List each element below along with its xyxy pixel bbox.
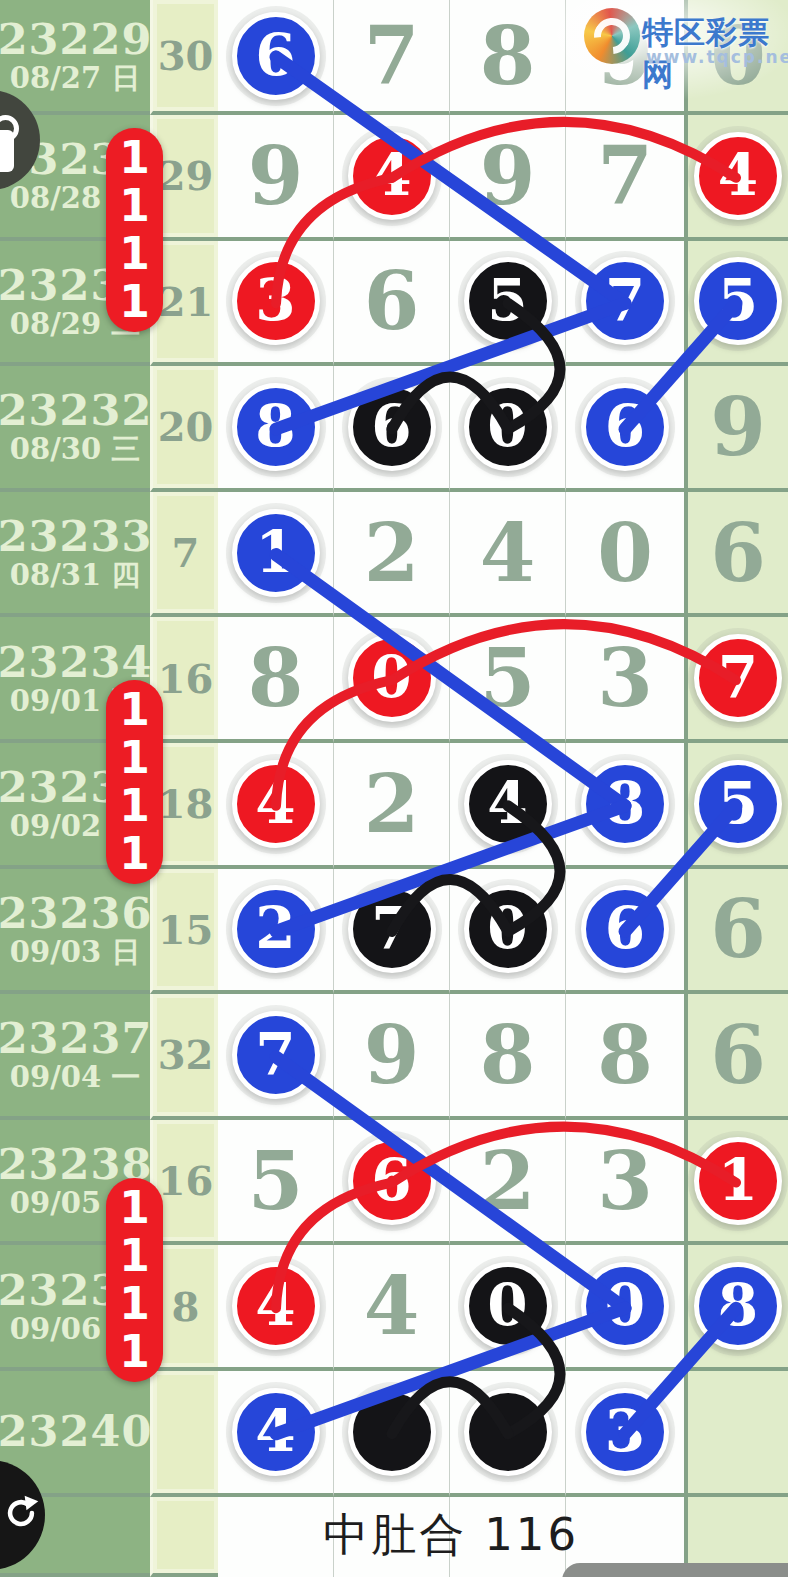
digit: 8 xyxy=(480,16,536,96)
draw-date: 09/04 一 xyxy=(10,1063,140,1092)
digit-cell: 8 xyxy=(218,366,334,492)
digit-cell: 5 xyxy=(684,743,788,869)
digit-cell: 1 xyxy=(684,1120,788,1246)
draw-label: 2323609/03 日 xyxy=(0,869,150,995)
draw-label: 2323709/04 一 xyxy=(0,994,150,1120)
sum-value: 32 xyxy=(150,994,218,1120)
sum-value xyxy=(150,1371,218,1497)
site-logo: 特区彩票网 www.tqcp.net xyxy=(556,0,788,92)
black-circled-digit: 7 xyxy=(348,885,436,973)
red-circled-digit: 0 xyxy=(348,634,436,722)
sum-value: 15 xyxy=(150,869,218,995)
digit: 6 xyxy=(364,261,420,341)
digit: 2 xyxy=(480,1141,536,1221)
digit-cell: 1 xyxy=(218,492,334,618)
digit: 7 xyxy=(364,16,420,96)
digit-cell xyxy=(684,1371,788,1497)
red-circled-digit: 4 xyxy=(694,132,782,220)
repeat-count-badge: 1111 xyxy=(106,1178,163,1382)
digit: 4 xyxy=(364,1266,420,1346)
red-circled-digit: 6 xyxy=(348,1137,436,1225)
digit-cell: 6 xyxy=(334,1120,450,1246)
digit-cell: 9 xyxy=(334,994,450,1120)
digit: 9 xyxy=(364,1015,420,1095)
sum-value: 20 xyxy=(150,366,218,492)
digit-cell: 4 xyxy=(218,743,334,869)
blue-circled-digit: 6 xyxy=(232,12,320,100)
digit-cell: 0 xyxy=(450,1245,566,1371)
digit-cell: 7 xyxy=(566,241,684,367)
digit-cell: 5 xyxy=(450,241,566,367)
refresh-icon xyxy=(1,1493,41,1533)
digit-cell: 0 xyxy=(450,366,566,492)
digit-cell: 7 xyxy=(218,994,334,1120)
digit: 6 xyxy=(710,513,766,593)
issue-number: 23229 xyxy=(0,18,152,61)
bottom-toast xyxy=(562,1563,788,1577)
digit-cell: 4 xyxy=(334,1245,450,1371)
red-circled-digit: 7 xyxy=(694,634,782,722)
black-dot xyxy=(464,1388,552,1476)
digit-cell: 6 xyxy=(566,869,684,995)
draw-label: 2323208/30 三 xyxy=(0,366,150,492)
digit-cell: 0 xyxy=(566,492,684,618)
digit: 8 xyxy=(248,638,304,718)
digit: 5 xyxy=(480,638,536,718)
digit-cell: 6 xyxy=(684,994,788,1120)
draw-date: 08/30 三 xyxy=(10,435,140,464)
digit-cell: 3 xyxy=(218,241,334,367)
digit-cell: 3 xyxy=(566,1120,684,1246)
draw-label: 2323308/31 四 xyxy=(0,492,150,618)
issue-number: 23240 xyxy=(0,1410,152,1453)
digit: 9 xyxy=(480,136,536,216)
digit-cell: 6 xyxy=(566,366,684,492)
digit: 2 xyxy=(364,513,420,593)
digit: 4 xyxy=(480,513,536,593)
digit-cell: 2 xyxy=(334,743,450,869)
digit-cell: 5 xyxy=(450,617,566,743)
blue-circled-digit: 2 xyxy=(232,885,320,973)
digit-cell: 3 xyxy=(566,617,684,743)
black-circled-digit: 6 xyxy=(348,383,436,471)
digit: 7 xyxy=(597,136,653,216)
issue-number: 23237 xyxy=(0,1017,152,1060)
digit: 2 xyxy=(364,764,420,844)
issue-number: 23234 xyxy=(0,641,152,684)
digit-cell: 8 xyxy=(450,994,566,1120)
digit: 8 xyxy=(480,1015,536,1095)
digit: 8 xyxy=(597,1015,653,1095)
red-circled-digit: 4 xyxy=(348,132,436,220)
black-circled-digit: 0 xyxy=(464,383,552,471)
digit-cell: 0 xyxy=(566,1245,684,1371)
blue-circled-digit: 1 xyxy=(232,509,320,597)
digit-cell: 4 xyxy=(450,743,566,869)
digit-cell: 8 xyxy=(218,617,334,743)
draw-date: 08/27 日 xyxy=(10,64,140,93)
red-circled-digit: 4 xyxy=(232,760,320,848)
digit-cell: 9 xyxy=(684,366,788,492)
blue-circled-digit: 6 xyxy=(581,383,669,471)
digit-cell: 8 xyxy=(566,743,684,869)
draw-date: 08/31 四 xyxy=(10,561,140,590)
sum-value: 7 xyxy=(150,492,218,618)
issue-number: 23232 xyxy=(0,389,152,432)
black-circled-digit: 5 xyxy=(464,257,552,345)
digit-cell: 7 xyxy=(334,869,450,995)
digit-cell: 7 xyxy=(566,115,684,241)
digit-cell: 0 xyxy=(450,869,566,995)
digit-cell: 6 xyxy=(334,241,450,367)
draw-label: 2322908/27 日 xyxy=(0,0,150,115)
digit-cell: 6 xyxy=(684,492,788,618)
repeat-count-badge: 1111 xyxy=(106,128,163,332)
black-circled-digit: 4 xyxy=(464,760,552,848)
digit: 6 xyxy=(710,1015,766,1095)
digit: 6 xyxy=(710,889,766,969)
digit-cell: 4 xyxy=(218,1371,334,1497)
digit-cell: 9 xyxy=(450,115,566,241)
digit-cell: 4 xyxy=(684,115,788,241)
digit-cell: 5 xyxy=(218,1120,334,1246)
digit-cell: 0 xyxy=(334,617,450,743)
red-circled-digit: 4 xyxy=(232,1262,320,1350)
issue-number: 23233 xyxy=(0,515,152,558)
draw-date: 09/03 日 xyxy=(10,938,140,967)
digit: 0 xyxy=(597,513,653,593)
digit-cell xyxy=(334,1371,450,1497)
black-dot xyxy=(348,1388,436,1476)
red-circled-digit: 3 xyxy=(232,257,320,345)
repeat-count-badge: 1111 xyxy=(106,680,163,884)
logo-swirl-icon xyxy=(584,8,640,64)
digit-cell: 4 xyxy=(450,492,566,618)
digit-cell: 9 xyxy=(218,115,334,241)
digit-cell: 3 xyxy=(566,1371,684,1497)
blue-circled-digit: 8 xyxy=(232,383,320,471)
digit: 9 xyxy=(248,136,304,216)
digit-cell: 8 xyxy=(684,1245,788,1371)
blue-circled-digit: 4 xyxy=(232,1388,320,1476)
site-url: www.tqcp.net xyxy=(646,47,788,67)
digit-cell: 6 xyxy=(218,0,334,115)
blue-circled-digit: 7 xyxy=(581,257,669,345)
thumb-icon-body xyxy=(0,130,14,172)
blue-circled-digit: 0 xyxy=(581,1262,669,1350)
blue-circled-digit: 3 xyxy=(581,1388,669,1476)
digit-cell: 6 xyxy=(334,366,450,492)
footer-sum-cell xyxy=(150,1497,218,1577)
red-circled-digit: 1 xyxy=(694,1137,782,1225)
blue-circled-digit: 8 xyxy=(581,760,669,848)
digit-cell: 5 xyxy=(684,241,788,367)
digit-cell: 2 xyxy=(334,492,450,618)
digit-cell: 4 xyxy=(218,1245,334,1371)
digit-cell: 8 xyxy=(566,994,684,1120)
blue-circled-digit: 5 xyxy=(694,257,782,345)
digit: 9 xyxy=(710,387,766,467)
digit-cell: 6 xyxy=(684,869,788,995)
blue-circled-digit: 5 xyxy=(694,760,782,848)
digit-cell: 2 xyxy=(218,869,334,995)
blue-circled-digit: 7 xyxy=(232,1011,320,1099)
black-circled-digit: 0 xyxy=(464,1262,552,1350)
digit-cell: 2 xyxy=(450,1120,566,1246)
digit: 3 xyxy=(597,638,653,718)
lottery-trend-chart-screen: 2322908/27 日30678902323008/28 一299497423… xyxy=(0,0,788,1577)
digit-cell: 7 xyxy=(334,0,450,115)
sum-value: 30 xyxy=(150,0,218,115)
footer-summary: 中肚合 116 xyxy=(218,1500,684,1570)
digit-cell: 7 xyxy=(684,617,788,743)
digit: 3 xyxy=(597,1141,653,1221)
digit: 5 xyxy=(248,1141,304,1221)
blue-circled-digit: 8 xyxy=(694,1262,782,1350)
digit-cell xyxy=(450,1371,566,1497)
black-circled-digit: 0 xyxy=(464,885,552,973)
digit-cell: 4 xyxy=(334,115,450,241)
issue-number: 23236 xyxy=(0,892,152,935)
blue-circled-digit: 6 xyxy=(581,885,669,973)
